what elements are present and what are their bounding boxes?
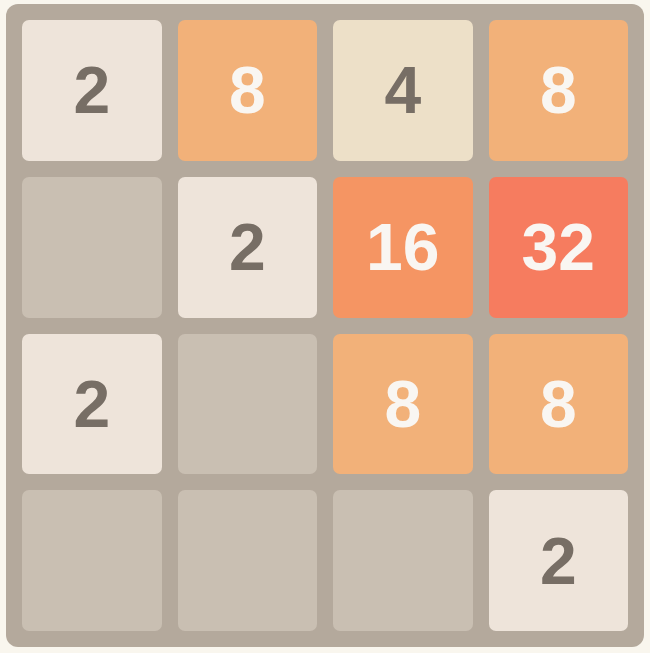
tile-16: 16 (333, 177, 473, 318)
tile-32: 32 (489, 177, 629, 318)
tile-8: 8 (489, 20, 629, 161)
tile-8: 8 (178, 20, 318, 161)
empty-cell (22, 490, 162, 631)
tile-8: 8 (333, 334, 473, 475)
tile-8: 8 (489, 334, 629, 475)
game-board[interactable]: 2 8 4 8 2 16 32 2 8 8 2 (6, 4, 644, 647)
tile-2: 2 (178, 177, 318, 318)
empty-cell (178, 490, 318, 631)
tile-4: 4 (333, 20, 473, 161)
empty-cell (333, 490, 473, 631)
empty-cell (178, 334, 318, 475)
page: { "game": "2048", "board_size": "4x4", "… (0, 0, 650, 653)
tile-2: 2 (22, 334, 162, 475)
tile-2: 2 (489, 490, 629, 631)
empty-cell (22, 177, 162, 318)
tile-2: 2 (22, 20, 162, 161)
